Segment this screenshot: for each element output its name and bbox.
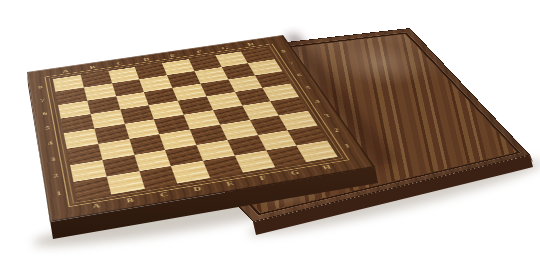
product-photo-scene: ABCDEFGH ABCDEFGH 87654321 87654321 bbox=[0, 0, 540, 269]
